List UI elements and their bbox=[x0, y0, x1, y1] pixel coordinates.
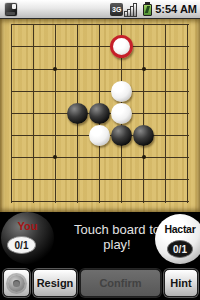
status-bar: 3G 5:54 AM bbox=[0, 0, 200, 19]
app-notification-icon bbox=[5, 3, 17, 16]
white-player-score: 0/1 bbox=[167, 240, 193, 258]
grid-line bbox=[165, 25, 166, 203]
star-point bbox=[53, 67, 57, 71]
white-player-ball: Hactar 0/1 bbox=[155, 214, 200, 264]
control-panel: You 0/1 Touch board to play! Hactar 0/1 … bbox=[0, 212, 200, 300]
white-stone bbox=[89, 125, 110, 146]
go-board[interactable] bbox=[0, 19, 200, 212]
3g-data-icon: 3G bbox=[110, 3, 123, 16]
black-stone bbox=[89, 103, 110, 124]
clock-label: 5:54 AM bbox=[155, 3, 197, 15]
grid-line bbox=[143, 25, 144, 203]
gear-icon bbox=[8, 275, 25, 292]
black-stone bbox=[67, 103, 88, 124]
resign-button[interactable]: Resign bbox=[33, 269, 77, 297]
star-point bbox=[53, 155, 57, 159]
turn-message-line1: Touch board to bbox=[74, 222, 160, 237]
turn-message-line2: play! bbox=[103, 237, 130, 252]
grid-line bbox=[11, 46, 189, 47]
black-stone bbox=[133, 125, 154, 146]
star-point bbox=[142, 67, 146, 71]
app-screen: 3G 5:54 AM You 0/1 Touch board to play! … bbox=[0, 0, 200, 300]
grid-line bbox=[11, 157, 189, 158]
settings-button[interactable] bbox=[3, 269, 30, 297]
star-point bbox=[142, 155, 146, 159]
confirm-button[interactable]: Confirm bbox=[80, 269, 161, 297]
grid-line bbox=[11, 179, 189, 180]
app-notification-icon-detail2 bbox=[6, 12, 15, 15]
black-player-name: You bbox=[1, 212, 54, 232]
black-player-score: 0/1 bbox=[7, 236, 36, 254]
grid-line bbox=[55, 25, 56, 203]
grid-line bbox=[11, 25, 12, 203]
grid-line bbox=[11, 201, 189, 202]
grid-line bbox=[11, 69, 189, 70]
grid-line bbox=[11, 91, 189, 92]
white-stone-last-move bbox=[110, 35, 133, 58]
black-stone bbox=[111, 125, 132, 146]
white-stone bbox=[111, 103, 132, 124]
grid-line bbox=[33, 25, 34, 203]
grid-line bbox=[11, 24, 189, 25]
grid-line bbox=[187, 25, 188, 203]
app-notification-icon-detail bbox=[12, 4, 16, 9]
white-stone bbox=[111, 81, 132, 102]
signal-strength-icon bbox=[125, 3, 139, 16]
hint-button[interactable]: Hint bbox=[164, 269, 198, 297]
turn-message: Touch board to play! bbox=[68, 222, 166, 252]
black-player-ball: You 0/1 bbox=[1, 212, 54, 264]
battery-charging-icon bbox=[143, 2, 152, 16]
white-player-name: Hactar bbox=[155, 214, 200, 235]
